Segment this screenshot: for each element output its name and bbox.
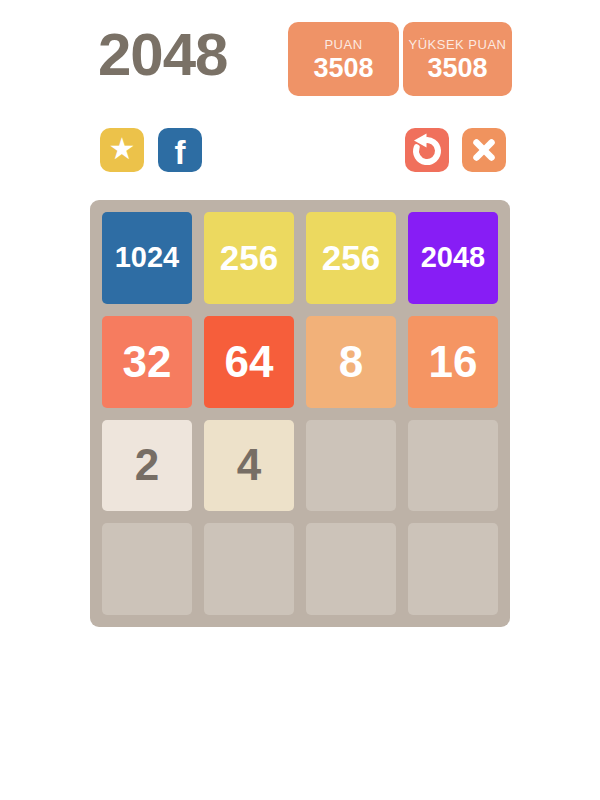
tile-2: 2	[102, 420, 192, 512]
best-score-label: YÜKSEK PUAN	[409, 37, 507, 52]
close-button[interactable]	[462, 128, 506, 172]
star-icon: ★	[109, 134, 136, 164]
score-value: 3508	[313, 55, 373, 82]
facebook-share-button[interactable]: f	[158, 128, 202, 172]
empty-cell	[102, 523, 192, 615]
tile-32: 32	[102, 316, 192, 408]
rate-star-button[interactable]: ★	[100, 128, 144, 172]
tile-8: 8	[306, 316, 396, 408]
score-box: PUAN 3508	[288, 22, 399, 96]
empty-cell	[408, 523, 498, 615]
tile-256: 256	[306, 212, 396, 304]
tile-16: 16	[408, 316, 498, 408]
page-title: 2048	[98, 20, 227, 89]
tile-256: 256	[204, 212, 294, 304]
board[interactable]: 10242562562048326481624	[90, 200, 510, 627]
tile-4: 4	[204, 420, 294, 512]
restart-undo-button[interactable]	[405, 128, 449, 172]
best-score-box: YÜKSEK PUAN 3508	[403, 22, 512, 96]
empty-cell	[306, 523, 396, 615]
close-x-icon	[462, 128, 506, 172]
empty-cell	[204, 523, 294, 615]
tile-1024: 1024	[102, 212, 192, 304]
best-score-value: 3508	[427, 55, 487, 82]
empty-cell	[408, 420, 498, 512]
rotate-ccw-icon	[405, 128, 449, 172]
tile-64: 64	[204, 316, 294, 408]
facebook-icon: f	[175, 136, 186, 169]
tile-2048: 2048	[408, 212, 498, 304]
score-label: PUAN	[324, 37, 362, 52]
empty-cell	[306, 420, 396, 512]
